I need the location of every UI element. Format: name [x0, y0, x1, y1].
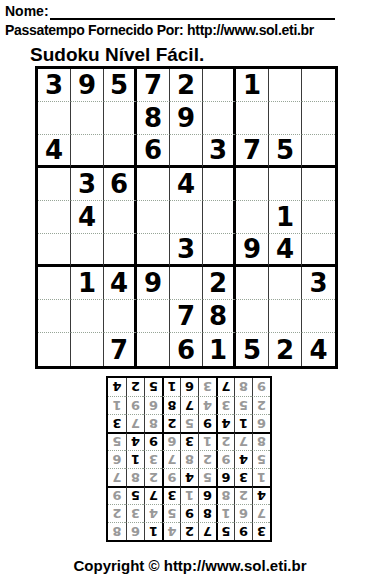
puzzle-cell-r6c7: 9 [236, 234, 269, 267]
solution-cell-r8c4: 4 [198, 396, 216, 414]
puzzle-cell-r5c3 [104, 201, 137, 234]
solution-cell-r3c4: 6 [198, 486, 216, 504]
puzzle-cell-r2c7 [236, 102, 269, 135]
solution-cell-r3c2: 2 [234, 486, 252, 504]
solution-cell-r6c3: 2 [216, 432, 234, 450]
puzzle-cell-r1c3: 5 [104, 69, 137, 102]
puzzle-cell-r2c2 [71, 102, 104, 135]
sudoku-puzzle-grid: 3957218946375364413941492378761524 [35, 66, 338, 369]
solution-cell-r2c5: 9 [180, 504, 198, 522]
puzzle-cell-r1c1: 3 [38, 69, 71, 102]
puzzle-cell-r6c1 [38, 234, 71, 267]
solution-cell-r3c1: 4 [252, 486, 270, 504]
puzzle-cell-r8c7 [236, 300, 269, 333]
puzzle-cell-r7c4: 9 [137, 267, 170, 300]
puzzle-cell-r5c6 [203, 201, 236, 234]
solution-cell-r1c1: 3 [252, 522, 270, 540]
solution-cell-r2c9: 2 [108, 504, 126, 522]
solution-cell-r2c4: 8 [198, 504, 216, 522]
puzzle-cell-r2c3 [104, 102, 137, 135]
name-row: Nome: [5, 2, 335, 20]
puzzle-cell-r8c6: 8 [203, 300, 236, 333]
puzzle-cell-r8c1 [38, 300, 71, 333]
solution-cell-r8c1: 2 [252, 396, 270, 414]
solution-cell-r5c6: 7 [162, 450, 180, 468]
puzzle-cell-r3c3 [104, 135, 137, 168]
puzzle-cell-r2c8 [269, 102, 302, 135]
sudoku-solution-grid-rotated: 3957241687618954324286137591365492875492… [106, 376, 272, 542]
solution-cell-r2c3: 1 [216, 504, 234, 522]
solution-cell-r6c9: 5 [108, 432, 126, 450]
puzzle-cell-r3c8: 5 [269, 135, 302, 168]
solution-cell-r2c2: 6 [234, 504, 252, 522]
solution-cell-r1c8: 6 [126, 522, 144, 540]
solution-cell-r5c4: 2 [198, 450, 216, 468]
puzzle-cell-r4c6 [203, 168, 236, 201]
solution-cell-r8c3: 3 [216, 396, 234, 414]
puzzle-cell-r9c4 [137, 333, 170, 366]
solution-cell-r5c8: 1 [126, 450, 144, 468]
puzzle-cell-r6c3 [104, 234, 137, 267]
puzzle-cell-r9c5: 6 [170, 333, 203, 366]
solution-cell-r1c9: 8 [108, 522, 126, 540]
puzzle-cell-r6c2 [71, 234, 104, 267]
solution-cell-r3c7: 7 [144, 486, 162, 504]
solution-cell-r9c5: 6 [180, 378, 198, 396]
solution-cell-r4c3: 6 [216, 468, 234, 486]
puzzle-cell-r9c2 [71, 333, 104, 366]
solution-cell-r6c5: 3 [180, 432, 198, 450]
solution-cell-r1c4: 7 [198, 522, 216, 540]
solution-cell-r5c5: 8 [180, 450, 198, 468]
puzzle-cell-r4c8 [269, 168, 302, 201]
solution-cell-r6c1: 8 [252, 432, 270, 450]
puzzle-cell-r4c2: 3 [71, 168, 104, 201]
puzzle-cell-r6c5: 3 [170, 234, 203, 267]
puzzle-cell-r9c6: 1 [203, 333, 236, 366]
puzzle-cell-r7c2: 1 [71, 267, 104, 300]
puzzle-cell-r2c9 [302, 102, 335, 135]
solution-cell-r1c6: 4 [162, 522, 180, 540]
solution-cell-r9c6: 1 [162, 378, 180, 396]
puzzle-cell-r9c3: 7 [104, 333, 137, 366]
solution-cell-r7c7: 8 [144, 414, 162, 432]
solution-cell-r9c2: 8 [234, 378, 252, 396]
puzzle-cell-r5c7 [236, 201, 269, 234]
puzzle-cell-r7c1 [38, 267, 71, 300]
solution-cell-r3c5: 1 [180, 486, 198, 504]
solution-cell-r1c7: 1 [144, 522, 162, 540]
puzzle-cell-r3c6: 3 [203, 135, 236, 168]
solution-cell-r6c4: 1 [198, 432, 216, 450]
puzzle-cell-r3c7: 7 [236, 135, 269, 168]
solution-cell-r9c8: 2 [126, 378, 144, 396]
puzzle-cell-r3c9 [302, 135, 335, 168]
puzzle-cell-r5c9 [302, 201, 335, 234]
solution-cell-r7c8: 7 [126, 414, 144, 432]
puzzle-cell-r2c5: 9 [170, 102, 203, 135]
solution-cell-r2c7: 4 [144, 504, 162, 522]
solution-cell-r6c7: 9 [144, 432, 162, 450]
solution-cell-r8c7: 6 [144, 396, 162, 414]
puzzle-cell-r1c5: 2 [170, 69, 203, 102]
puzzle-cell-r7c3: 4 [104, 267, 137, 300]
puzzle-cell-r9c8: 2 [269, 333, 302, 366]
puzzle-cell-r4c4 [137, 168, 170, 201]
solution-cell-r7c2: 1 [234, 414, 252, 432]
solution-cell-r5c7: 3 [144, 450, 162, 468]
puzzle-cell-r1c6 [203, 69, 236, 102]
solution-cell-r3c6: 3 [162, 486, 180, 504]
puzzle-cell-r7c8 [269, 267, 302, 300]
solution-cell-r4c6: 9 [162, 468, 180, 486]
solution-cell-r6c6: 6 [162, 432, 180, 450]
puzzle-cell-r4c3: 6 [104, 168, 137, 201]
worksheet-page: Nome: Passatempo Fornecido Por: http://w… [0, 0, 380, 585]
puzzle-cell-r9c1 [38, 333, 71, 366]
solution-cell-r8c2: 5 [234, 396, 252, 414]
puzzle-cell-r4c7 [236, 168, 269, 201]
solution-cell-r4c2: 3 [234, 468, 252, 486]
solution-cell-r7c5: 5 [180, 414, 198, 432]
puzzle-cell-r6c6 [203, 234, 236, 267]
puzzle-cell-r8c5: 7 [170, 300, 203, 333]
solution-cell-r1c2: 9 [234, 522, 252, 540]
puzzle-cell-r1c9 [302, 69, 335, 102]
solution-cell-r4c7: 2 [144, 468, 162, 486]
solution-cell-r7c1: 6 [252, 414, 270, 432]
puzzle-cell-r2c6 [203, 102, 236, 135]
puzzle-cell-r3c2 [71, 135, 104, 168]
puzzle-cell-r1c4: 7 [137, 69, 170, 102]
solution-cell-r2c1: 7 [252, 504, 270, 522]
puzzle-cell-r7c6: 2 [203, 267, 236, 300]
puzzle-cell-r3c1: 4 [38, 135, 71, 168]
solution-cell-r4c9: 7 [108, 468, 126, 486]
page-title: Sudoku Nível Fácil. [30, 44, 204, 66]
puzzle-cell-r5c1 [38, 201, 71, 234]
solution-cell-r9c3: 7 [216, 378, 234, 396]
solution-cell-r8c6: 8 [162, 396, 180, 414]
puzzle-cell-r4c9 [302, 168, 335, 201]
puzzle-cell-r5c4 [137, 201, 170, 234]
puzzle-cell-r8c8 [269, 300, 302, 333]
puzzle-cell-r2c4: 8 [137, 102, 170, 135]
solution-cell-r1c5: 2 [180, 522, 198, 540]
puzzle-cell-r8c4 [137, 300, 170, 333]
name-fill-line [50, 2, 335, 20]
solution-cell-r3c9: 9 [108, 486, 126, 504]
puzzle-cell-r3c4: 6 [137, 135, 170, 168]
solution-cell-r2c8: 3 [126, 504, 144, 522]
puzzle-cell-r8c9 [302, 300, 335, 333]
puzzle-cell-r9c9: 4 [302, 333, 335, 366]
solution-cell-r5c2: 4 [234, 450, 252, 468]
solution-cell-r8c5: 7 [180, 396, 198, 414]
solution-cell-r4c5: 4 [180, 468, 198, 486]
copyright-text: Copyright © http://www.sol.eti.br [0, 557, 380, 574]
puzzle-cell-r5c2: 4 [71, 201, 104, 234]
puzzle-cell-r7c5 [170, 267, 203, 300]
solution-cell-r8c9: 1 [108, 396, 126, 414]
solution-cell-r8c8: 9 [126, 396, 144, 414]
solution-cell-r6c2: 7 [234, 432, 252, 450]
puzzle-cell-r4c1 [38, 168, 71, 201]
solution-cell-r7c4: 9 [198, 414, 216, 432]
solution-cell-r9c1: 9 [252, 378, 270, 396]
solution-cell-r9c4: 3 [198, 378, 216, 396]
solution-cell-r4c4: 5 [198, 468, 216, 486]
puzzle-cell-r7c7 [236, 267, 269, 300]
solution-cell-r2c6: 5 [162, 504, 180, 522]
puzzle-cell-r2c1 [38, 102, 71, 135]
puzzle-cell-r8c3 [104, 300, 137, 333]
puzzle-cell-r8c2 [71, 300, 104, 333]
puzzle-cell-r3c5 [170, 135, 203, 168]
puzzle-cell-r5c8: 1 [269, 201, 302, 234]
solution-cell-r6c8: 4 [126, 432, 144, 450]
solution-cell-r7c3: 4 [216, 414, 234, 432]
puzzle-cell-r7c9: 3 [302, 267, 335, 300]
puzzle-cell-r4c5: 4 [170, 168, 203, 201]
puzzle-cell-r1c7: 1 [236, 69, 269, 102]
puzzle-cell-r6c4 [137, 234, 170, 267]
solution-cell-r4c1: 1 [252, 468, 270, 486]
provided-by-text: Passatempo Fornecido Por: http://www.sol… [5, 22, 314, 38]
solution-cell-r9c7: 5 [144, 378, 162, 396]
puzzle-cell-r5c5 [170, 201, 203, 234]
solution-cell-r4c8: 8 [126, 468, 144, 486]
solution-cell-r3c3: 8 [216, 486, 234, 504]
solution-cell-r5c9: 6 [108, 450, 126, 468]
puzzle-cell-r9c7: 5 [236, 333, 269, 366]
solution-cell-r3c8: 5 [126, 486, 144, 504]
solution-cell-r7c9: 3 [108, 414, 126, 432]
puzzle-cell-r1c8 [269, 69, 302, 102]
solution-cell-r5c1: 5 [252, 450, 270, 468]
puzzle-cell-r1c2: 9 [71, 69, 104, 102]
solution-cell-r9c9: 4 [108, 378, 126, 396]
puzzle-cell-r6c8: 4 [269, 234, 302, 267]
solution-cell-r7c6: 2 [162, 414, 180, 432]
name-label: Nome: [5, 3, 49, 20]
puzzle-cell-r6c9 [302, 234, 335, 267]
solution-cell-r1c3: 5 [216, 522, 234, 540]
solution-cell-r5c3: 9 [216, 450, 234, 468]
